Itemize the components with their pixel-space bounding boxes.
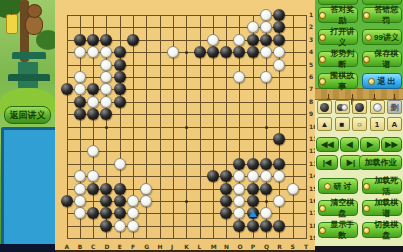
black-stone-D9 — [100, 108, 112, 120]
black-stone-Q18 — [260, 220, 272, 232]
white-stone-D4 — [100, 46, 112, 58]
white-stone-B16 — [74, 195, 86, 207]
black-stone-B3 — [74, 34, 86, 46]
black-stone-P18 — [247, 220, 259, 232]
nav-fast-forward[interactable]: ▶▶ — [381, 137, 402, 152]
button-dot-icon — [319, 78, 326, 85]
menu-button-答错惩罚[interactable]: 答错惩罚 — [362, 7, 402, 23]
row-label-2: 2 — [309, 24, 313, 30]
black-stone-D3 — [100, 34, 112, 46]
bottom-button-加载棋谱[interactable]: 加载棋谱 — [362, 200, 402, 216]
white-stone-R5 — [273, 59, 285, 71]
star-point — [185, 200, 188, 203]
black-stone-R18 — [273, 220, 285, 232]
black-stone-icon — [355, 103, 364, 112]
grid-line-horizontal — [67, 151, 307, 152]
white-stone-P14 — [247, 170, 259, 182]
white-stone-F16 — [127, 195, 139, 207]
hanging-tag — [6, 14, 18, 34]
black-stone-P13 — [247, 158, 259, 170]
white-stone-Q17 — [260, 207, 272, 219]
row-label-9: 9 — [309, 111, 313, 117]
white-stone-C12 — [87, 145, 99, 157]
nav-back[interactable]: ◀ — [340, 137, 359, 152]
black-stone-B8 — [74, 96, 86, 108]
black-stone-D17 — [100, 207, 112, 219]
button-dot-icon — [319, 56, 326, 63]
last-move-triangle-marker — [249, 210, 257, 217]
black-stone-O4 — [233, 46, 245, 58]
menu-button-退出[interactable]: 退 出 — [362, 73, 402, 89]
menu-button-围棋故事[interactable]: 围棋故事 — [318, 73, 358, 89]
go-teaching-app-window: 返回讲义 ABCDEFGHJKLMNOPQRST 123456789101112… — [0, 0, 403, 252]
white-stone-O6 — [233, 71, 245, 83]
sidebar-footer-strip — [0, 244, 55, 252]
button-dot-icon — [319, 205, 326, 212]
white-stone-Q1 — [260, 9, 272, 21]
button-dot-icon — [368, 78, 375, 85]
black-stone-icon — [320, 103, 329, 112]
marker-tool-■[interactable]: ■ — [335, 117, 350, 131]
bottom-button-显示手数[interactable]: 显示手数 — [318, 222, 358, 238]
row-label-6: 6 — [309, 74, 313, 80]
bottom-button-清空棋盘[interactable]: 清空棋盘 — [318, 200, 358, 216]
grid-line-horizontal — [67, 238, 307, 239]
black-stone-P16 — [247, 195, 259, 207]
black-stone-E4 — [114, 46, 126, 58]
black-stone-E16 — [114, 195, 126, 207]
white-stone-icon — [373, 103, 382, 112]
button-dot-icon — [365, 34, 372, 41]
white-stone-E13 — [114, 158, 126, 170]
white-stone-O3 — [233, 34, 245, 46]
white-stone-C8 — [87, 96, 99, 108]
menu-button-保存棋谱[interactable]: 保存棋谱 — [362, 51, 402, 67]
button-dot-icon — [363, 56, 370, 63]
black-stone-L4 — [194, 46, 206, 58]
alternate-stones-button[interactable] — [335, 100, 350, 114]
bottom-button-研讨[interactable]: 研 讨 — [318, 178, 358, 194]
white-stone-F18 — [127, 220, 139, 232]
black-stone-D18 — [100, 220, 112, 232]
white-stone-G15 — [140, 183, 152, 195]
return-to-lecture-button[interactable]: 返回讲义 — [4, 106, 51, 124]
black-stone-D16 — [100, 195, 112, 207]
black-stone-M14 — [207, 170, 219, 182]
white-stone-O16 — [233, 195, 245, 207]
button-dot-icon — [363, 227, 370, 234]
row-label-3: 3 — [309, 37, 313, 43]
black-stone-D15 — [100, 183, 112, 195]
button-dot-icon — [363, 12, 370, 19]
black-stone-C15 — [87, 183, 99, 195]
white-stone-B17 — [74, 207, 86, 219]
bottom-button-加载死活[interactable]: 加载死活 — [362, 178, 402, 194]
black-stone-E7 — [114, 83, 126, 95]
pagoda-roof — [12, 52, 46, 59]
row-label-7: 7 — [309, 86, 313, 92]
black-stone-tool-button[interactable] — [352, 100, 367, 114]
black-stone-A7 — [61, 83, 73, 95]
row-label-8: 8 — [309, 99, 313, 105]
black-stone-C7 — [87, 83, 99, 95]
black-stone-Q3 — [260, 34, 272, 46]
white-stone-E18 — [114, 220, 126, 232]
white-stone-icon — [341, 104, 348, 111]
star-point — [185, 51, 188, 54]
sidebar-blue-panel — [1, 127, 58, 248]
black-stone-N15 — [220, 183, 232, 195]
white-stone-S15 — [287, 183, 299, 195]
white-stone-D7 — [100, 83, 112, 95]
star-point — [185, 126, 188, 129]
white-stone-D6 — [100, 71, 112, 83]
white-stone-D5 — [100, 59, 112, 71]
grid-line-vertical — [293, 15, 294, 239]
black-stone-N17 — [220, 207, 232, 219]
sidebar-cartoon-scene: 返回讲义 — [0, 0, 55, 252]
row-label-5: 5 — [309, 62, 313, 68]
white-stone-B15 — [74, 183, 86, 195]
marker-tool-1[interactable]: 1 — [370, 117, 385, 131]
white-stone-P2 — [247, 21, 259, 33]
black-stone-Q15 — [260, 183, 272, 195]
button-dot-icon — [363, 205, 370, 212]
white-stone-O15 — [233, 183, 245, 195]
button-dot-icon — [363, 183, 370, 190]
white-stone-O14 — [233, 170, 245, 182]
black-stone-P3 — [247, 34, 259, 46]
black-stone-C17 — [87, 207, 99, 219]
white-stone-M3 — [207, 34, 219, 46]
grid-line-vertical — [306, 15, 307, 239]
white-stone-G16 — [140, 195, 152, 207]
menu-button-打开讲义[interactable]: 打开讲义 — [318, 29, 358, 45]
black-stone-R2 — [273, 21, 285, 33]
erase-stone-button[interactable]: 删 — [387, 100, 402, 114]
marker-tool-A[interactable]: A — [387, 117, 402, 131]
go-board[interactable]: ABCDEFGHJKLMNOPQRST 12345678910111213141… — [55, 0, 315, 252]
white-stone-R16 — [273, 195, 285, 207]
grid-line-horizontal — [67, 139, 307, 140]
white-stone-B14 — [74, 170, 86, 182]
white-stone-Q4 — [260, 46, 272, 58]
white-stone-D8 — [100, 96, 112, 108]
white-stone-R4 — [273, 46, 285, 58]
black-stone-P15 — [247, 183, 259, 195]
black-stone-P4 — [247, 46, 259, 58]
white-stone-Q14 — [260, 170, 272, 182]
black-stone-A16 — [61, 195, 73, 207]
menu-button-99讲义[interactable]: 99讲义 — [362, 29, 402, 45]
white-stone-C14 — [87, 170, 99, 182]
white-stone-O17 — [233, 207, 245, 219]
menu-button-答对奖励[interactable]: 答对奖励 — [318, 7, 358, 23]
black-stone-N16 — [220, 195, 232, 207]
pagoda-roof — [8, 74, 50, 81]
nav-fast-back[interactable]: ◀◀ — [316, 137, 339, 152]
button-dot-icon — [319, 227, 326, 234]
black-stone-E17 — [114, 207, 126, 219]
white-stone-Q6 — [260, 71, 272, 83]
black-stone-R1 — [273, 9, 285, 21]
black-stone-M4 — [207, 46, 219, 58]
white-stone-B4 — [74, 46, 86, 58]
button-dot-icon — [324, 183, 331, 190]
place-white-stone-button[interactable] — [370, 100, 385, 114]
black-stone-E5 — [114, 59, 126, 71]
star-point — [265, 200, 268, 203]
bottom-button-切换棋盘[interactable]: 切换棋盘 — [362, 222, 402, 238]
monkey-head — [27, 4, 42, 18]
nav-to-start[interactable]: |◀ — [316, 155, 338, 170]
marker-tool-▲[interactable]: ▲ — [317, 117, 332, 131]
monkey-character — [25, 15, 43, 35]
black-stone-R3 — [273, 34, 285, 46]
white-stone-B7 — [74, 83, 86, 95]
black-stone-O13 — [233, 158, 245, 170]
button-dot-icon — [319, 12, 326, 19]
black-stone-B9 — [74, 108, 86, 120]
black-stone-E15 — [114, 183, 126, 195]
menu-button-形势判断[interactable]: 形势判断 — [318, 51, 358, 67]
white-stone-F17 — [127, 207, 139, 219]
panel-footer-strip — [315, 246, 403, 252]
control-panel: 答对奖励答错惩罚打开讲义99讲义形势判断保存棋谱围棋故事退 出删▲■○1A◀◀◀… — [315, 0, 403, 252]
nav-forward[interactable]: ▶ — [360, 137, 380, 152]
place-black-stone-button[interactable] — [317, 100, 332, 114]
black-stone-Q13 — [260, 158, 272, 170]
black-stone-R11 — [273, 133, 285, 145]
black-stone-C3 — [87, 34, 99, 46]
white-stone-B6 — [74, 71, 86, 83]
load-homework-button[interactable]: 加载作业 — [359, 155, 402, 170]
white-stone-Q2 — [260, 21, 272, 33]
button-dot-icon — [319, 34, 326, 41]
row-label-4: 4 — [309, 49, 313, 55]
black-stone-E6 — [114, 71, 126, 83]
black-stone-N14 — [220, 170, 232, 182]
black-stone-N4 — [220, 46, 232, 58]
black-stone-E8 — [114, 96, 126, 108]
white-stone-J4 — [167, 46, 179, 58]
white-stone-C4 — [87, 46, 99, 58]
marker-tool-○[interactable]: ○ — [352, 117, 367, 131]
row-label-1: 1 — [309, 12, 313, 18]
black-stone-O18 — [233, 220, 245, 232]
black-stone-C9 — [87, 108, 99, 120]
white-stone-R14 — [273, 170, 285, 182]
star-point — [265, 126, 268, 129]
black-stone-F3 — [127, 34, 139, 46]
black-stone-R13 — [273, 158, 285, 170]
